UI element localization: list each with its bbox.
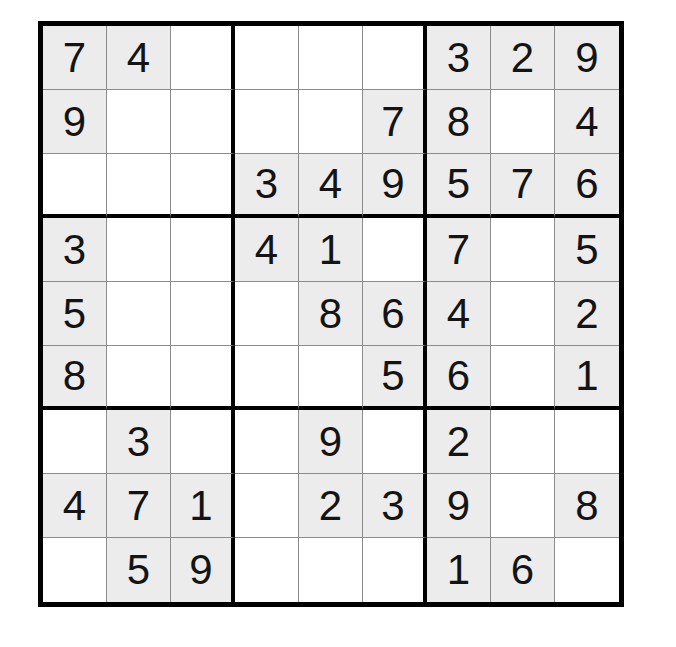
cell-r1c3[interactable] (171, 26, 235, 90)
cell-r1c5[interactable] (299, 26, 363, 90)
cell-r5c7[interactable]: 4 (427, 282, 491, 346)
cell-r3c6[interactable]: 9 (363, 154, 427, 218)
cell-r7c6[interactable] (363, 410, 427, 474)
cell-r8c9[interactable]: 8 (555, 474, 619, 538)
cell-r4c3[interactable] (171, 218, 235, 282)
cell-r2c1[interactable]: 9 (43, 90, 107, 154)
cell-r6c2[interactable] (107, 346, 171, 410)
cell-r8c1[interactable]: 4 (43, 474, 107, 538)
cell-r6c8[interactable] (491, 346, 555, 410)
cell-r7c2[interactable]: 3 (107, 410, 171, 474)
cell-r1c6[interactable] (363, 26, 427, 90)
cell-r9c2[interactable]: 5 (107, 538, 171, 602)
cell-r8c4[interactable] (235, 474, 299, 538)
cell-r9c3[interactable]: 9 (171, 538, 235, 602)
cell-r6c1[interactable]: 8 (43, 346, 107, 410)
cell-r5c1[interactable]: 5 (43, 282, 107, 346)
cell-r9c9[interactable] (555, 538, 619, 602)
cell-r5c6[interactable]: 6 (363, 282, 427, 346)
cell-r4c7[interactable]: 7 (427, 218, 491, 282)
cell-r2c5[interactable] (299, 90, 363, 154)
cell-r6c7[interactable]: 6 (427, 346, 491, 410)
cell-r9c6[interactable] (363, 538, 427, 602)
cell-r4c5[interactable]: 1 (299, 218, 363, 282)
cell-r4c4[interactable]: 4 (235, 218, 299, 282)
cell-r5c4[interactable] (235, 282, 299, 346)
cell-r9c8[interactable]: 6 (491, 538, 555, 602)
cell-r1c7[interactable]: 3 (427, 26, 491, 90)
sudoku-board-container: 7432997843495763417558642856139247123985… (38, 21, 624, 607)
cell-r7c1[interactable] (43, 410, 107, 474)
cell-r1c1[interactable]: 7 (43, 26, 107, 90)
cell-r6c3[interactable] (171, 346, 235, 410)
cell-r7c8[interactable] (491, 410, 555, 474)
cell-r3c7[interactable]: 5 (427, 154, 491, 218)
cell-r6c5[interactable] (299, 346, 363, 410)
sudoku-board: 7432997843495763417558642856139247123985… (38, 21, 624, 607)
cell-r2c6[interactable]: 7 (363, 90, 427, 154)
cell-r8c7[interactable]: 9 (427, 474, 491, 538)
cell-r4c6[interactable] (363, 218, 427, 282)
cell-r1c4[interactable] (235, 26, 299, 90)
cell-r2c9[interactable]: 4 (555, 90, 619, 154)
cell-r3c8[interactable]: 7 (491, 154, 555, 218)
cell-r2c3[interactable] (171, 90, 235, 154)
cell-r6c4[interactable] (235, 346, 299, 410)
cell-r7c9[interactable] (555, 410, 619, 474)
cell-r1c8[interactable]: 2 (491, 26, 555, 90)
cell-r7c3[interactable] (171, 410, 235, 474)
cell-r3c1[interactable] (43, 154, 107, 218)
cell-r3c5[interactable]: 4 (299, 154, 363, 218)
cell-r9c7[interactable]: 1 (427, 538, 491, 602)
cell-r5c5[interactable]: 8 (299, 282, 363, 346)
cell-r5c2[interactable] (107, 282, 171, 346)
cell-r2c8[interactable] (491, 90, 555, 154)
cell-r8c3[interactable]: 1 (171, 474, 235, 538)
cell-r1c2[interactable]: 4 (107, 26, 171, 90)
cell-r8c2[interactable]: 7 (107, 474, 171, 538)
cell-r2c7[interactable]: 8 (427, 90, 491, 154)
cell-r8c8[interactable] (491, 474, 555, 538)
cell-r4c8[interactable] (491, 218, 555, 282)
cell-r6c6[interactable]: 5 (363, 346, 427, 410)
cell-r5c8[interactable] (491, 282, 555, 346)
cell-r8c6[interactable]: 3 (363, 474, 427, 538)
cell-r5c3[interactable] (171, 282, 235, 346)
cell-r2c4[interactable] (235, 90, 299, 154)
cell-r3c3[interactable] (171, 154, 235, 218)
cell-r3c2[interactable] (107, 154, 171, 218)
cell-r3c4[interactable]: 3 (235, 154, 299, 218)
cell-r9c1[interactable] (43, 538, 107, 602)
cell-r7c5[interactable]: 9 (299, 410, 363, 474)
cell-r8c5[interactable]: 2 (299, 474, 363, 538)
cell-r2c2[interactable] (107, 90, 171, 154)
cell-r4c9[interactable]: 5 (555, 218, 619, 282)
cell-r3c9[interactable]: 6 (555, 154, 619, 218)
cell-r7c4[interactable] (235, 410, 299, 474)
cell-r4c2[interactable] (107, 218, 171, 282)
cell-r6c9[interactable]: 1 (555, 346, 619, 410)
cell-r1c9[interactable]: 9 (555, 26, 619, 90)
cell-r7c7[interactable]: 2 (427, 410, 491, 474)
cell-r5c9[interactable]: 2 (555, 282, 619, 346)
cell-r9c5[interactable] (299, 538, 363, 602)
cell-r9c4[interactable] (235, 538, 299, 602)
cell-r4c1[interactable]: 3 (43, 218, 107, 282)
